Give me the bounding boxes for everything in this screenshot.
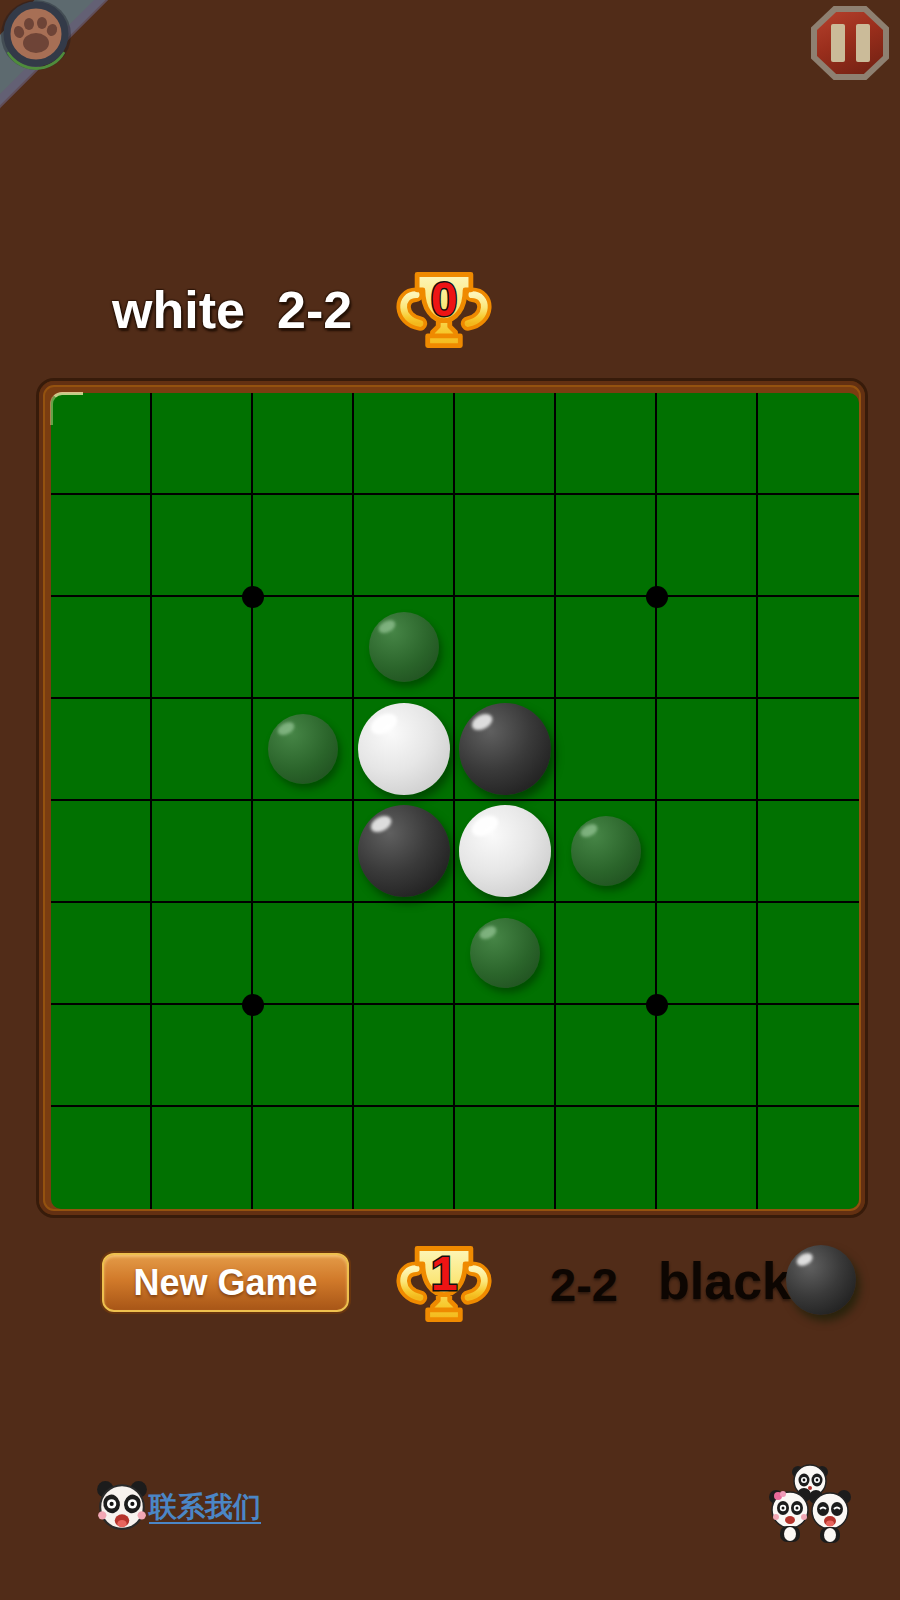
cell-a8[interactable] [51,1107,152,1209]
cell-b2[interactable] [152,495,253,597]
new-game-button[interactable]: New Game [102,1253,349,1312]
cell-e7[interactable] [455,1005,556,1107]
cell-e8[interactable] [455,1107,556,1209]
cell-g8[interactable] [657,1107,758,1209]
cell-c8[interactable] [253,1107,354,1209]
cell-h5[interactable] [758,801,859,903]
cell-c1[interactable] [253,393,354,495]
cell-e2[interactable] [455,495,556,597]
black-score: 2-2 [550,1257,618,1312]
cell-b6[interactable] [152,903,253,1005]
cell-h2[interactable] [758,495,859,597]
white-trophy-count: 0 [431,273,458,326]
star-point [242,586,264,608]
black-turn-disc-icon [786,1245,856,1315]
black-disc [459,703,551,795]
black-player-label: black [658,1251,791,1311]
cell-a4[interactable] [51,699,152,801]
white-player-label: white [112,280,245,340]
cell-c7[interactable] [253,1005,354,1107]
cell-a5[interactable] [51,801,152,903]
cell-g6[interactable] [657,903,758,1005]
othello-board [36,378,868,1218]
pandas-mascot [764,1454,856,1552]
cell-a6[interactable] [51,903,152,1005]
cell-e6[interactable] [455,903,556,1005]
legal-move-hint-disc[interactable] [470,918,540,988]
cell-c5[interactable] [253,801,354,903]
cell-e1[interactable] [455,393,556,495]
white-disc [459,805,551,897]
cell-e3[interactable] [455,597,556,699]
cell-g1[interactable] [657,393,758,495]
cell-f7[interactable] [556,1005,657,1107]
cell-b4[interactable] [152,699,253,801]
star-point [646,586,668,608]
legal-move-hint-disc[interactable] [268,714,338,784]
cell-d6[interactable] [354,903,455,1005]
cell-g4[interactable] [657,699,758,801]
cell-h1[interactable] [758,393,859,495]
panda-face-icon [96,1479,148,1537]
cell-b5[interactable] [152,801,253,903]
cell-d2[interactable] [354,495,455,597]
paw-icon [0,0,125,120]
cell-h6[interactable] [758,903,859,1005]
cell-c4[interactable] [253,699,354,801]
star-point [242,994,264,1016]
cell-f3[interactable] [556,597,657,699]
cell-b8[interactable] [152,1107,253,1209]
paw-badge[interactable] [0,0,125,120]
cell-c6[interactable] [253,903,354,1005]
legal-move-hint-disc[interactable] [369,612,439,682]
cell-g7[interactable] [657,1005,758,1107]
cell-d8[interactable] [354,1107,455,1209]
white-trophy-icon: 0 [396,268,492,358]
cell-a1[interactable] [51,393,152,495]
cell-b1[interactable] [152,393,253,495]
white-score: 2-2 [277,280,352,340]
cell-d3[interactable] [354,597,455,699]
black-trophy-icon: 1 [396,1242,492,1332]
black-trophy-count: 1 [431,1247,458,1300]
cell-c2[interactable] [253,495,354,597]
cell-a3[interactable] [51,597,152,699]
cell-c3[interactable] [253,597,354,699]
cell-b7[interactable] [152,1005,253,1107]
cell-a2[interactable] [51,495,152,597]
cell-e4[interactable] [455,699,556,801]
cell-f6[interactable] [556,903,657,1005]
cell-f2[interactable] [556,495,657,597]
legal-move-hint-disc[interactable] [571,816,641,886]
cell-e5[interactable] [455,801,556,903]
cell-h7[interactable] [758,1005,859,1107]
cell-f5[interactable] [556,801,657,903]
pause-icon [817,12,883,74]
cell-b3[interactable] [152,597,253,699]
cell-g3[interactable] [657,597,758,699]
pause-button[interactable] [811,6,889,80]
cell-f1[interactable] [556,393,657,495]
cell-g2[interactable] [657,495,758,597]
cell-g5[interactable] [657,801,758,903]
star-point [646,994,668,1016]
cell-h8[interactable] [758,1107,859,1209]
cell-f8[interactable] [556,1107,657,1209]
cell-d1[interactable] [354,393,455,495]
cell-h3[interactable] [758,597,859,699]
cell-d4[interactable] [354,699,455,801]
cell-d7[interactable] [354,1005,455,1107]
white-disc [358,703,450,795]
contact-us-link[interactable]: 联系我们 [149,1488,261,1526]
board-field[interactable] [51,393,859,1209]
cell-h4[interactable] [758,699,859,801]
cell-f4[interactable] [556,699,657,801]
cell-a7[interactable] [51,1005,152,1107]
cell-d5[interactable] [354,801,455,903]
black-disc [358,805,450,897]
